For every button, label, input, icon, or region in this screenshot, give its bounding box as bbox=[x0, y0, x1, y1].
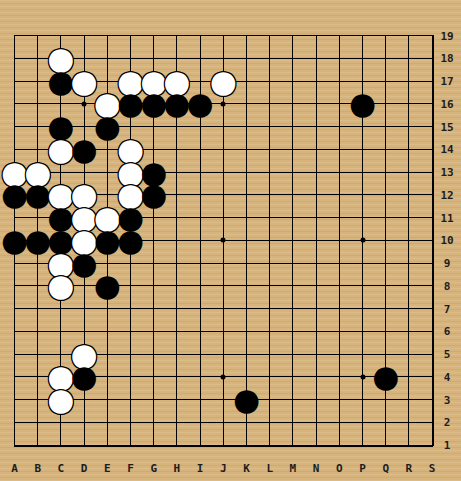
row-label: 9 bbox=[444, 257, 451, 270]
black-stone: ● bbox=[3, 228, 27, 252]
column-label: H bbox=[174, 462, 181, 475]
black-stone: ● bbox=[142, 183, 166, 207]
white-stone: ● bbox=[211, 69, 235, 93]
row-label: 14 bbox=[440, 143, 453, 156]
column-label: O bbox=[336, 462, 343, 475]
board-hline bbox=[14, 308, 433, 309]
column-label: L bbox=[266, 462, 273, 475]
black-stone: ● bbox=[95, 274, 119, 298]
star-point bbox=[221, 238, 226, 243]
board-vline bbox=[408, 35, 409, 446]
board-hline bbox=[14, 422, 433, 423]
row-label: 11 bbox=[440, 211, 453, 224]
black-stone: ● bbox=[3, 183, 27, 207]
board-hline bbox=[14, 399, 433, 400]
row-label: 10 bbox=[440, 234, 453, 247]
board-hline bbox=[14, 331, 433, 332]
row-label: 4 bbox=[444, 370, 451, 383]
row-label: 13 bbox=[440, 166, 453, 179]
black-stone: ● bbox=[72, 251, 96, 275]
column-label: E bbox=[104, 462, 111, 475]
black-stone: ● bbox=[119, 228, 143, 252]
black-stone: ● bbox=[72, 137, 96, 161]
go-board[interactable]: ●●●●●●●●●●●●●●●●●●●●●●●●●●●●●●●●●●●●●●●●… bbox=[0, 0, 461, 481]
black-stone: ● bbox=[49, 69, 73, 93]
row-label: 3 bbox=[444, 393, 451, 406]
star-point bbox=[221, 374, 226, 379]
black-stone: ● bbox=[95, 115, 119, 139]
row-label: 5 bbox=[444, 348, 451, 361]
star-point bbox=[360, 374, 365, 379]
row-label: 1 bbox=[444, 439, 451, 452]
column-label: P bbox=[359, 462, 366, 475]
black-stone: ● bbox=[351, 92, 375, 116]
row-label: 6 bbox=[444, 325, 451, 338]
board-vline bbox=[432, 35, 434, 446]
column-label: C bbox=[58, 462, 65, 475]
star-point bbox=[82, 101, 87, 106]
column-label: S bbox=[429, 462, 436, 475]
board-vline bbox=[269, 35, 270, 446]
star-point bbox=[360, 238, 365, 243]
white-stone: ● bbox=[49, 137, 73, 161]
white-stone: ● bbox=[49, 388, 73, 412]
row-label: 15 bbox=[440, 120, 453, 133]
row-label: 2 bbox=[444, 416, 451, 429]
row-label: 18 bbox=[440, 52, 453, 65]
column-label: F bbox=[127, 462, 134, 475]
row-label: 7 bbox=[444, 302, 451, 315]
black-stone: ● bbox=[374, 365, 398, 389]
black-stone: ● bbox=[235, 388, 259, 412]
row-label: 16 bbox=[440, 97, 453, 110]
star-point bbox=[221, 101, 226, 106]
row-label: 8 bbox=[444, 279, 451, 292]
black-stone: ● bbox=[188, 92, 212, 116]
board-hline bbox=[14, 285, 433, 286]
column-label: D bbox=[81, 462, 88, 475]
black-stone: ● bbox=[95, 228, 119, 252]
column-label: N bbox=[313, 462, 320, 475]
column-label: Q bbox=[382, 462, 389, 475]
board-vline bbox=[316, 35, 317, 446]
black-stone: ● bbox=[165, 92, 189, 116]
column-label: R bbox=[406, 462, 413, 475]
black-stone: ● bbox=[26, 228, 50, 252]
row-label: 17 bbox=[440, 75, 453, 88]
board-hline bbox=[14, 445, 433, 447]
column-label: J bbox=[220, 462, 227, 475]
column-label: I bbox=[197, 462, 204, 475]
black-stone: ● bbox=[142, 92, 166, 116]
column-label: K bbox=[243, 462, 250, 475]
column-label: G bbox=[150, 462, 157, 475]
white-stone: ● bbox=[72, 69, 96, 93]
black-stone: ● bbox=[26, 183, 50, 207]
column-label: B bbox=[34, 462, 41, 475]
row-label: 19 bbox=[440, 29, 453, 42]
row-label: 12 bbox=[440, 188, 453, 201]
go-board-screen: ●●●●●●●●●●●●●●●●●●●●●●●●●●●●●●●●●●●●●●●●… bbox=[0, 0, 461, 481]
white-stone: ● bbox=[49, 274, 73, 298]
board-vline bbox=[292, 35, 293, 446]
column-label: M bbox=[290, 462, 297, 475]
black-stone: ● bbox=[72, 365, 96, 389]
board-vline bbox=[339, 35, 340, 446]
column-label: A bbox=[11, 462, 18, 475]
black-stone: ● bbox=[119, 92, 143, 116]
